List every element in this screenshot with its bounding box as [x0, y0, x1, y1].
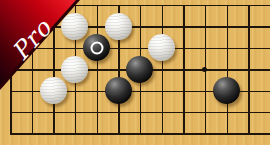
go-board[interactable] — [0, 0, 270, 145]
stone-black — [126, 56, 153, 83]
stone-black — [105, 77, 132, 104]
stone-white — [61, 56, 88, 83]
stone-white — [40, 77, 67, 104]
stone-white — [105, 13, 132, 40]
go-app-screenshot: Pro — [0, 0, 270, 145]
last-move-marker — [90, 41, 103, 54]
